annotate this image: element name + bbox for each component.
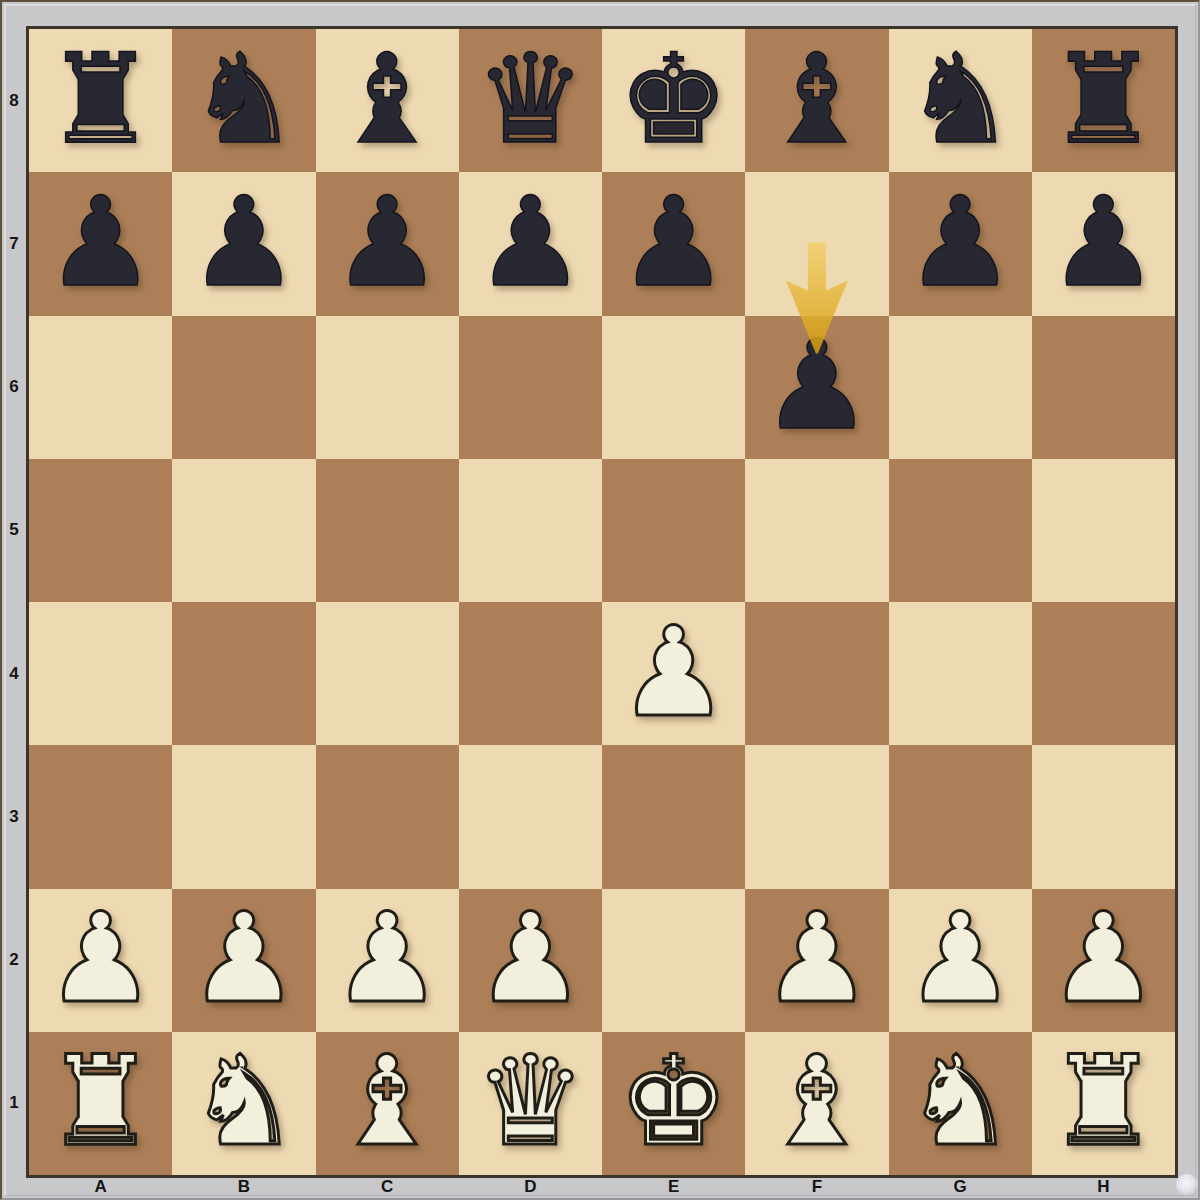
square-a5[interactable] bbox=[29, 459, 172, 602]
square-d4[interactable] bbox=[459, 602, 602, 745]
file-label-a: A bbox=[29, 1175, 172, 1199]
white-bishop[interactable]: ♝ bbox=[332, 1039, 443, 1163]
square-c3[interactable] bbox=[316, 745, 459, 888]
file-label-d: D bbox=[459, 1175, 602, 1199]
black-bishop[interactable]: ♝ bbox=[332, 37, 443, 161]
file-labels: ABCDEFGH bbox=[29, 1175, 1175, 1199]
square-e1[interactable]: ♚ bbox=[602, 1032, 745, 1175]
chess-board-wrap: ♜♞♝♛♚♝♞♜♟♟♟♟♟♟♟♟♟♟♟♟♟♟♟♟♜♞♝♛♚♝♞♜ bbox=[26, 26, 1178, 1178]
square-e5[interactable] bbox=[602, 459, 745, 602]
white-pawn[interactable]: ♟ bbox=[905, 896, 1016, 1020]
white-pawn[interactable]: ♟ bbox=[618, 610, 729, 734]
black-pawn[interactable]: ♟ bbox=[1048, 180, 1159, 304]
white-pawn[interactable]: ♟ bbox=[1048, 896, 1159, 1020]
file-label-f: F bbox=[745, 1175, 888, 1199]
square-a7[interactable]: ♟ bbox=[29, 172, 172, 315]
square-g3[interactable] bbox=[889, 745, 1032, 888]
black-pawn[interactable]: ♟ bbox=[475, 180, 586, 304]
rank-label-6: 6 bbox=[2, 316, 26, 459]
square-h1[interactable]: ♜ bbox=[1032, 1032, 1175, 1175]
chess-board[interactable]: ♜♞♝♛♚♝♞♜♟♟♟♟♟♟♟♟♟♟♟♟♟♟♟♟♜♞♝♛♚♝♞♜ bbox=[29, 29, 1175, 1175]
square-a8[interactable]: ♜ bbox=[29, 29, 172, 172]
square-d1[interactable]: ♛ bbox=[459, 1032, 602, 1175]
square-b3[interactable] bbox=[172, 745, 315, 888]
square-e4[interactable]: ♟ bbox=[602, 602, 745, 745]
white-queen[interactable]: ♛ bbox=[475, 1039, 586, 1163]
square-g7[interactable]: ♟ bbox=[889, 172, 1032, 315]
square-g5[interactable] bbox=[889, 459, 1032, 602]
white-king[interactable]: ♚ bbox=[618, 1039, 729, 1163]
white-knight[interactable]: ♞ bbox=[188, 1039, 299, 1163]
square-f8[interactable]: ♝ bbox=[745, 29, 888, 172]
square-d5[interactable] bbox=[459, 459, 602, 602]
square-f2[interactable]: ♟ bbox=[745, 889, 888, 1032]
square-g1[interactable]: ♞ bbox=[889, 1032, 1032, 1175]
square-g6[interactable] bbox=[889, 316, 1032, 459]
black-rook[interactable]: ♜ bbox=[1048, 37, 1159, 161]
square-h6[interactable] bbox=[1032, 316, 1175, 459]
file-label-e: E bbox=[602, 1175, 745, 1199]
white-pawn[interactable]: ♟ bbox=[332, 896, 443, 1020]
square-c7[interactable]: ♟ bbox=[316, 172, 459, 315]
square-e3[interactable] bbox=[602, 745, 745, 888]
square-c2[interactable]: ♟ bbox=[316, 889, 459, 1032]
file-label-b: B bbox=[172, 1175, 315, 1199]
square-f1[interactable]: ♝ bbox=[745, 1032, 888, 1175]
black-rook[interactable]: ♜ bbox=[45, 37, 156, 161]
square-d3[interactable] bbox=[459, 745, 602, 888]
black-pawn[interactable]: ♟ bbox=[45, 180, 156, 304]
square-b7[interactable]: ♟ bbox=[172, 172, 315, 315]
square-e2[interactable] bbox=[602, 889, 745, 1032]
square-f4[interactable] bbox=[745, 602, 888, 745]
square-e8[interactable]: ♚ bbox=[602, 29, 745, 172]
black-knight[interactable]: ♞ bbox=[905, 37, 1016, 161]
square-f6[interactable]: ♟ bbox=[745, 316, 888, 459]
white-rook[interactable]: ♜ bbox=[1048, 1039, 1159, 1163]
square-d6[interactable] bbox=[459, 316, 602, 459]
square-a3[interactable] bbox=[29, 745, 172, 888]
black-pawn[interactable]: ♟ bbox=[905, 180, 1016, 304]
rank-label-2: 2 bbox=[2, 889, 26, 1032]
square-h4[interactable] bbox=[1032, 602, 1175, 745]
file-label-h: H bbox=[1032, 1175, 1175, 1199]
black-pawn[interactable]: ♟ bbox=[332, 180, 443, 304]
white-pawn[interactable]: ♟ bbox=[188, 896, 299, 1020]
frame-corner-dot bbox=[1176, 1174, 1198, 1196]
white-knight[interactable]: ♞ bbox=[905, 1039, 1016, 1163]
file-label-c: C bbox=[316, 1175, 459, 1199]
rank-label-7: 7 bbox=[2, 172, 26, 315]
black-pawn[interactable]: ♟ bbox=[188, 180, 299, 304]
square-h2[interactable]: ♟ bbox=[1032, 889, 1175, 1032]
square-b1[interactable]: ♞ bbox=[172, 1032, 315, 1175]
white-pawn[interactable]: ♟ bbox=[475, 896, 586, 1020]
square-h7[interactable]: ♟ bbox=[1032, 172, 1175, 315]
square-g4[interactable] bbox=[889, 602, 1032, 745]
white-pawn[interactable]: ♟ bbox=[761, 896, 872, 1020]
square-c1[interactable]: ♝ bbox=[316, 1032, 459, 1175]
file-label-g: G bbox=[889, 1175, 1032, 1199]
square-h8[interactable]: ♜ bbox=[1032, 29, 1175, 172]
black-bishop[interactable]: ♝ bbox=[761, 37, 872, 161]
rank-label-1: 1 bbox=[2, 1032, 26, 1175]
square-f3[interactable] bbox=[745, 745, 888, 888]
rank-label-5: 5 bbox=[2, 459, 26, 602]
square-g2[interactable]: ♟ bbox=[889, 889, 1032, 1032]
square-c8[interactable]: ♝ bbox=[316, 29, 459, 172]
square-b2[interactable]: ♟ bbox=[172, 889, 315, 1032]
square-d2[interactable]: ♟ bbox=[459, 889, 602, 1032]
square-a4[interactable] bbox=[29, 602, 172, 745]
rank-label-3: 3 bbox=[2, 745, 26, 888]
black-queen[interactable]: ♛ bbox=[475, 37, 586, 161]
square-h5[interactable] bbox=[1032, 459, 1175, 602]
square-c6[interactable] bbox=[316, 316, 459, 459]
square-e6[interactable] bbox=[602, 316, 745, 459]
square-a6[interactable] bbox=[29, 316, 172, 459]
square-c4[interactable] bbox=[316, 602, 459, 745]
rank-label-8: 8 bbox=[2, 29, 26, 172]
black-king[interactable]: ♚ bbox=[618, 37, 729, 161]
square-b5[interactable] bbox=[172, 459, 315, 602]
white-bishop[interactable]: ♝ bbox=[761, 1039, 872, 1163]
square-f5[interactable] bbox=[745, 459, 888, 602]
square-a2[interactable]: ♟ bbox=[29, 889, 172, 1032]
square-b4[interactable] bbox=[172, 602, 315, 745]
square-h3[interactable] bbox=[1032, 745, 1175, 888]
square-a1[interactable]: ♜ bbox=[29, 1032, 172, 1175]
square-b6[interactable] bbox=[172, 316, 315, 459]
square-f7[interactable] bbox=[745, 172, 888, 315]
square-g8[interactable]: ♞ bbox=[889, 29, 1032, 172]
square-d8[interactable]: ♛ bbox=[459, 29, 602, 172]
square-d7[interactable]: ♟ bbox=[459, 172, 602, 315]
square-b8[interactable]: ♞ bbox=[172, 29, 315, 172]
black-pawn[interactable]: ♟ bbox=[761, 323, 872, 447]
black-pawn[interactable]: ♟ bbox=[618, 180, 729, 304]
black-knight[interactable]: ♞ bbox=[188, 37, 299, 161]
square-e7[interactable]: ♟ bbox=[602, 172, 745, 315]
rank-label-4: 4 bbox=[2, 602, 26, 745]
white-rook[interactable]: ♜ bbox=[45, 1039, 156, 1163]
square-c5[interactable] bbox=[316, 459, 459, 602]
white-pawn[interactable]: ♟ bbox=[45, 896, 156, 1020]
board-frame: 87654321 ABCDEFGH ♜♞♝♛♚♝♞♜♟♟♟♟♟♟♟♟♟♟♟♟♟♟… bbox=[0, 0, 1200, 1200]
rank-labels: 87654321 bbox=[2, 29, 26, 1175]
